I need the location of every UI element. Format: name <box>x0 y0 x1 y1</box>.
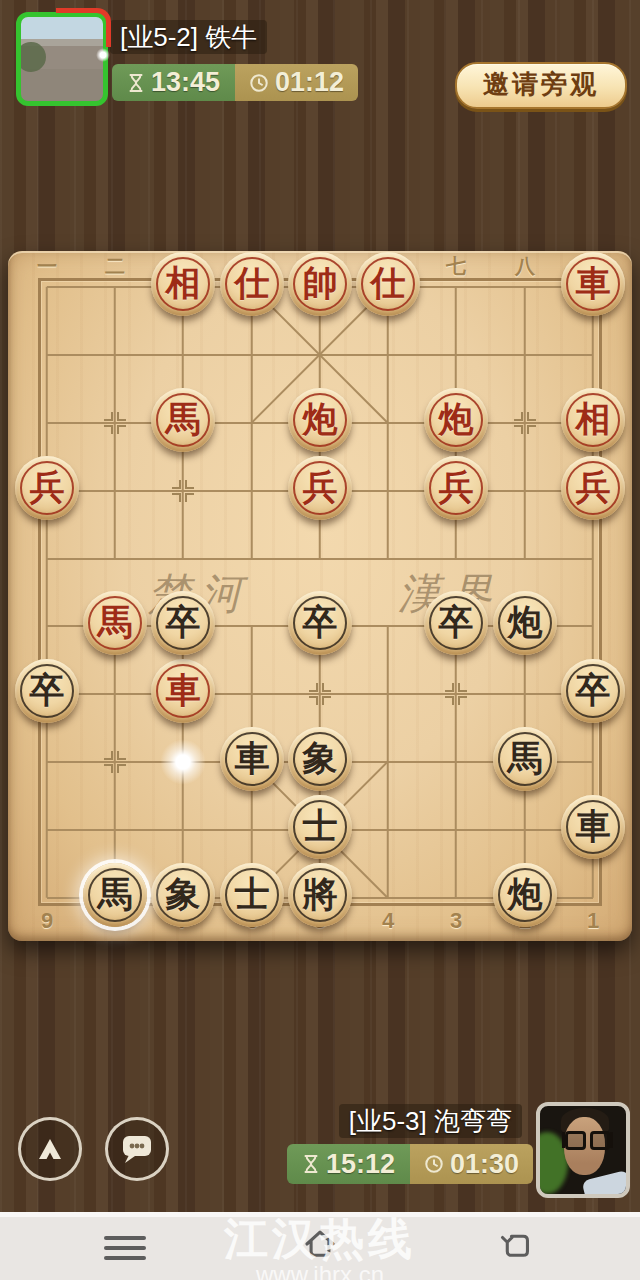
piece-glyph: 炮 <box>439 396 474 445</box>
file-label-bottom: 1 <box>577 908 609 934</box>
piece-black-advisor[interactable]: 士 <box>220 863 284 927</box>
piece-black-cannon[interactable]: 炮 <box>493 591 557 655</box>
piece-red-king[interactable]: 帥 <box>288 252 352 316</box>
piece-glyph: 士 <box>235 871 270 920</box>
piece-black-elephant[interactable]: 象 <box>288 727 352 791</box>
file-label-bottom: 3 <box>440 908 472 934</box>
file-label-top: 一 <box>31 253 63 280</box>
piece-glyph: 炮 <box>508 871 543 920</box>
file-label-bottom: 4 <box>372 908 404 934</box>
file-label-bottom: 9 <box>31 908 63 934</box>
avatar-photo-tree <box>16 42 46 72</box>
point-marker <box>445 683 467 705</box>
piece-glyph: 仕 <box>371 260 406 309</box>
piece-glyph: 仕 <box>235 260 270 309</box>
piece-red-cannon[interactable]: 炮 <box>288 388 352 452</box>
piece-glyph: 馬 <box>508 735 543 784</box>
piece-black-pawn[interactable]: 卒 <box>151 591 215 655</box>
player-avatar[interactable] <box>536 1102 630 1198</box>
piece-red-chariot[interactable]: 車 <box>151 659 215 723</box>
clock-icon <box>424 1154 444 1174</box>
opponent-name: [业5-2] 铁牛 <box>110 20 267 54</box>
opponent-move-time: 01:12 <box>235 64 358 101</box>
piece-red-cannon[interactable]: 炮 <box>424 388 488 452</box>
piece-glyph: 兵 <box>576 464 611 513</box>
file-label-top: 八 <box>509 253 541 280</box>
point-marker <box>309 683 331 705</box>
chat-bubble-icon <box>119 1132 155 1166</box>
piece-glyph: 相 <box>576 396 611 445</box>
player-timer: 15:12 01:30 <box>287 1144 533 1184</box>
back-icon[interactable] <box>496 1225 534 1267</box>
menu-icon[interactable] <box>104 1230 146 1266</box>
hourglass-icon <box>127 73 145 93</box>
player-game-time: 15:12 <box>287 1144 410 1184</box>
piece-glyph: 象 <box>303 735 338 784</box>
piece-glyph: 炮 <box>508 599 543 648</box>
hourglass-icon <box>302 1154 320 1174</box>
piece-glyph: 將 <box>303 871 338 920</box>
piece-glyph: 車 <box>235 735 270 784</box>
last-move-origin-marker <box>160 739 206 785</box>
point-marker <box>104 751 126 773</box>
grid-line <box>46 287 48 898</box>
piece-glyph: 馬 <box>98 599 133 648</box>
point-marker <box>104 412 126 434</box>
piece-black-chariot[interactable]: 車 <box>220 727 284 791</box>
piece-red-advisor[interactable]: 仕 <box>356 252 420 316</box>
chat-button[interactable] <box>105 1117 169 1181</box>
piece-black-advisor[interactable]: 士 <box>288 795 352 859</box>
piece-glyph: 士 <box>303 803 338 852</box>
point-marker <box>172 480 194 502</box>
piece-black-pawn[interactable]: 卒 <box>424 591 488 655</box>
file-label-top: 二 <box>99 253 131 280</box>
file-label-top: 七 <box>440 253 472 280</box>
piece-black-king[interactable]: 將 <box>288 863 352 927</box>
piece-black-cannon[interactable]: 炮 <box>493 863 557 927</box>
piece-glyph: 卒 <box>576 667 611 716</box>
home-icon[interactable] <box>301 1225 339 1267</box>
player-name: [业5-3] 泡弯弯 <box>339 1104 522 1138</box>
piece-red-pawn[interactable]: 兵 <box>288 456 352 520</box>
piece-red-pawn[interactable]: 兵 <box>561 456 625 520</box>
point-marker <box>514 412 536 434</box>
piece-glyph: 相 <box>166 260 201 309</box>
piece-red-pawn[interactable]: 兵 <box>15 456 79 520</box>
opponent-timer: 13:45 01:12 <box>112 64 358 101</box>
piece-glyph: 兵 <box>303 464 338 513</box>
avatar-photo-glasses <box>562 1132 613 1148</box>
piece-glyph: 車 <box>576 260 611 309</box>
piece-red-chariot[interactable]: 車 <box>561 252 625 316</box>
piece-black-chariot[interactable]: 車 <box>561 795 625 859</box>
piece-glyph: 卒 <box>30 667 65 716</box>
piece-red-elephant[interactable]: 相 <box>561 388 625 452</box>
piece-glyph: 車 <box>576 803 611 852</box>
piece-glyph: 馬 <box>98 871 133 920</box>
piece-glyph: 兵 <box>30 464 65 513</box>
piece-red-pawn[interactable]: 兵 <box>424 456 488 520</box>
piece-red-advisor[interactable]: 仕 <box>220 252 284 316</box>
piece-red-horse[interactable]: 馬 <box>83 591 147 655</box>
piece-black-pawn[interactable]: 卒 <box>288 591 352 655</box>
piece-black-elephant[interactable]: 象 <box>151 863 215 927</box>
piece-glyph: 馬 <box>166 396 201 445</box>
piece-glyph: 帥 <box>303 260 338 309</box>
piece-glyph: 兵 <box>439 464 474 513</box>
piece-glyph: 卒 <box>303 599 338 648</box>
piece-black-horse[interactable]: 馬 <box>83 863 147 927</box>
invite-spectators-button[interactable]: 邀请旁观 <box>455 62 627 109</box>
player-move-time: 01:30 <box>410 1144 533 1184</box>
piece-red-horse[interactable]: 馬 <box>151 388 215 452</box>
piece-glyph: 象 <box>166 871 201 920</box>
clock-icon <box>249 73 269 93</box>
piece-glyph: 炮 <box>303 396 338 445</box>
piece-black-horse[interactable]: 馬 <box>493 727 557 791</box>
app-logo-button[interactable] <box>18 1117 82 1181</box>
logo-chevron-icon <box>33 1133 67 1165</box>
opponent-game-time: 13:45 <box>112 64 235 101</box>
piece-glyph: 車 <box>166 667 201 716</box>
piece-black-pawn[interactable]: 卒 <box>15 659 79 723</box>
piece-black-pawn[interactable]: 卒 <box>561 659 625 723</box>
piece-red-elephant[interactable]: 相 <box>151 252 215 316</box>
piece-glyph: 卒 <box>166 599 201 648</box>
avatar-turn-ring-glow <box>96 48 110 62</box>
piece-glyph: 卒 <box>439 599 474 648</box>
grid-line <box>455 626 457 898</box>
avatar-turn-ring-red <box>56 8 111 47</box>
